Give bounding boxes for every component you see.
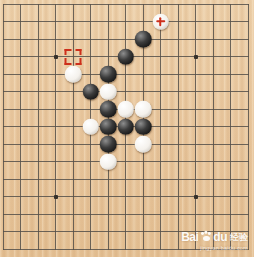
- board-cell[interactable]: [12, 0, 30, 13]
- board-cell: [117, 100, 135, 118]
- board-cell[interactable]: [134, 153, 152, 171]
- board-cell[interactable]: [29, 170, 47, 188]
- board-cell[interactable]: [169, 153, 187, 171]
- board-cell[interactable]: [0, 153, 12, 171]
- board-cell[interactable]: [64, 170, 82, 188]
- board-cell[interactable]: [204, 205, 222, 223]
- hover-bracket-icon: [65, 49, 82, 65]
- board-cell[interactable]: [187, 30, 205, 48]
- board-cell[interactable]: [12, 48, 30, 66]
- board-cell[interactable]: [47, 48, 65, 66]
- board-cell[interactable]: [187, 100, 205, 118]
- board-cell[interactable]: [29, 30, 47, 48]
- black-stone: [117, 48, 134, 65]
- last-move-cross-icon: [156, 17, 165, 26]
- board-cell[interactable]: [47, 205, 65, 223]
- board-cell: [99, 65, 117, 83]
- board-cell[interactable]: [134, 65, 152, 83]
- board-cell[interactable]: [82, 48, 100, 66]
- board-cell[interactable]: [99, 205, 117, 223]
- board-cell[interactable]: [29, 205, 47, 223]
- board-cell[interactable]: [152, 135, 170, 153]
- board-cell[interactable]: [187, 153, 205, 171]
- board-cell[interactable]: [64, 83, 82, 101]
- board-cell[interactable]: [239, 135, 254, 153]
- white-stone: [100, 153, 117, 170]
- board-cell[interactable]: [0, 170, 12, 188]
- board-cell[interactable]: [204, 65, 222, 83]
- board-cell[interactable]: [99, 170, 117, 188]
- board-cell[interactable]: [0, 223, 12, 241]
- board-cell[interactable]: [239, 170, 254, 188]
- gomoku-board-screenshot: Bai du 经验 jingyan.baidu.com: [0, 0, 254, 257]
- board-cell[interactable]: [64, 48, 82, 66]
- board-cell[interactable]: [222, 170, 240, 188]
- board-cell[interactable]: [222, 65, 240, 83]
- board-cell[interactable]: [12, 13, 30, 31]
- board-cell[interactable]: [29, 135, 47, 153]
- white-stone: [135, 101, 152, 118]
- board-cell[interactable]: [169, 170, 187, 188]
- board-cell[interactable]: [12, 153, 30, 171]
- board-cell[interactable]: [169, 13, 187, 31]
- board-cell[interactable]: [64, 13, 82, 31]
- black-stone: [100, 101, 117, 118]
- board-cell[interactable]: [239, 188, 254, 206]
- board-cell[interactable]: [239, 13, 254, 31]
- board-cell[interactable]: [82, 30, 100, 48]
- board-cell[interactable]: [82, 223, 100, 241]
- board-cell[interactable]: [99, 223, 117, 241]
- board-cell[interactable]: [222, 83, 240, 101]
- black-stone: [117, 118, 134, 135]
- board-cell[interactable]: [12, 188, 30, 206]
- board-cell[interactable]: [204, 13, 222, 31]
- board-cell[interactable]: [134, 240, 152, 257]
- board-cell[interactable]: [29, 65, 47, 83]
- board-cell[interactable]: [47, 223, 65, 241]
- board-cell[interactable]: [82, 188, 100, 206]
- board-cell[interactable]: [222, 135, 240, 153]
- watermark-url: jingyan.baidu.com: [186, 245, 248, 251]
- board-cell[interactable]: [187, 205, 205, 223]
- board-cell[interactable]: [12, 205, 30, 223]
- black-stone: [135, 31, 152, 48]
- board-cell[interactable]: [204, 118, 222, 136]
- baidu-logo-text-right: du: [213, 231, 227, 244]
- board-cell[interactable]: [222, 118, 240, 136]
- board-cell[interactable]: [169, 48, 187, 66]
- board-cell[interactable]: [64, 153, 82, 171]
- board-cell[interactable]: [64, 100, 82, 118]
- board-cell[interactable]: [169, 65, 187, 83]
- board-cell[interactable]: [117, 30, 135, 48]
- board-cell[interactable]: [204, 135, 222, 153]
- black-stone: [135, 118, 152, 135]
- baidu-logo-text-left: Bai: [181, 231, 198, 244]
- board-cell[interactable]: [169, 83, 187, 101]
- board-cell[interactable]: [169, 100, 187, 118]
- board-cell[interactable]: [204, 0, 222, 13]
- board-cell[interactable]: [0, 65, 12, 83]
- board-cell[interactable]: [12, 65, 30, 83]
- board-cell[interactable]: [0, 188, 12, 206]
- board-cell[interactable]: [134, 0, 152, 13]
- board-cell[interactable]: [117, 223, 135, 241]
- board-cell[interactable]: [82, 100, 100, 118]
- board-cell[interactable]: [47, 100, 65, 118]
- board-cell[interactable]: [47, 0, 65, 13]
- board-cell: [134, 30, 152, 48]
- board-cell[interactable]: [47, 153, 65, 171]
- board-cell[interactable]: [239, 65, 254, 83]
- board-cell[interactable]: [47, 188, 65, 206]
- board-cell[interactable]: [169, 30, 187, 48]
- board-cell[interactable]: [0, 0, 12, 13]
- board-cell[interactable]: [0, 48, 12, 66]
- board-cell[interactable]: [169, 0, 187, 13]
- board-cell[interactable]: [0, 135, 12, 153]
- board-cell[interactable]: [29, 13, 47, 31]
- board-cell[interactable]: [187, 13, 205, 31]
- board-cell[interactable]: [222, 153, 240, 171]
- baidu-paw-icon: [200, 231, 212, 243]
- white-stone: [135, 136, 152, 153]
- board-cell: [99, 100, 117, 118]
- board-cell[interactable]: [187, 135, 205, 153]
- board-cell[interactable]: [222, 30, 240, 48]
- board-cell[interactable]: [239, 48, 254, 66]
- board-cell[interactable]: [82, 13, 100, 31]
- board-cell[interactable]: [0, 30, 12, 48]
- black-stone: [100, 118, 117, 135]
- board-cell[interactable]: [204, 48, 222, 66]
- board-cell[interactable]: [0, 240, 12, 257]
- board-cell[interactable]: [64, 223, 82, 241]
- black-stone: [100, 136, 117, 153]
- board-cell[interactable]: [0, 100, 12, 118]
- board-cell[interactable]: [134, 205, 152, 223]
- white-stone: [152, 13, 169, 30]
- board-cell[interactable]: [152, 118, 170, 136]
- board-cell[interactable]: [204, 188, 222, 206]
- board-cell[interactable]: [204, 100, 222, 118]
- board-cell[interactable]: [222, 205, 240, 223]
- white-stone: [65, 66, 82, 83]
- board-cell: [82, 118, 100, 136]
- board-cell[interactable]: [82, 205, 100, 223]
- board-cell[interactable]: [12, 118, 30, 136]
- board-cell[interactable]: [47, 170, 65, 188]
- board-cell[interactable]: [12, 100, 30, 118]
- board-cell[interactable]: [134, 170, 152, 188]
- board-cell[interactable]: [152, 205, 170, 223]
- board-cell[interactable]: [117, 135, 135, 153]
- board-cell[interactable]: [99, 0, 117, 13]
- baidu-watermark: Bai du 经验 jingyan.baidu.com: [181, 231, 248, 253]
- black-stone: [82, 83, 99, 100]
- board-cell[interactable]: [0, 13, 12, 31]
- board-cell: [99, 83, 117, 101]
- board-cell: [82, 83, 100, 101]
- board-cell[interactable]: [222, 13, 240, 31]
- board-cell[interactable]: [12, 30, 30, 48]
- board-cell[interactable]: [117, 0, 135, 13]
- board-cell: [117, 48, 135, 66]
- board-cell: [99, 153, 117, 171]
- board-cell[interactable]: [82, 0, 100, 13]
- board-cell[interactable]: [29, 118, 47, 136]
- board-cell[interactable]: [29, 153, 47, 171]
- board-cell[interactable]: [47, 83, 65, 101]
- board-cell[interactable]: [64, 0, 82, 13]
- board-cell[interactable]: [0, 118, 12, 136]
- board-cell[interactable]: [29, 188, 47, 206]
- board-cell[interactable]: [222, 188, 240, 206]
- board-cell[interactable]: [152, 100, 170, 118]
- board-cell[interactable]: [117, 240, 135, 257]
- board-cell[interactable]: [187, 83, 205, 101]
- board-cell[interactable]: [99, 188, 117, 206]
- board-cell[interactable]: [204, 153, 222, 171]
- board-cell[interactable]: [239, 100, 254, 118]
- board-cell[interactable]: [187, 188, 205, 206]
- board-cell[interactable]: [169, 188, 187, 206]
- board-cell[interactable]: [152, 188, 170, 206]
- board-cell: [99, 135, 117, 153]
- board-cell: [117, 118, 135, 136]
- board-cell[interactable]: [187, 0, 205, 13]
- board-cell: [134, 100, 152, 118]
- board-cell[interactable]: [222, 48, 240, 66]
- board-cell[interactable]: [152, 223, 170, 241]
- board-cell[interactable]: [152, 65, 170, 83]
- board-cell[interactable]: [152, 153, 170, 171]
- board-cell[interactable]: [64, 30, 82, 48]
- board-cell[interactable]: [12, 240, 30, 257]
- board-cell[interactable]: [239, 118, 254, 136]
- star-point: [54, 195, 58, 199]
- board-cell[interactable]: [117, 153, 135, 171]
- star-point: [194, 195, 198, 199]
- board-cell[interactable]: [204, 170, 222, 188]
- board-cell[interactable]: [169, 135, 187, 153]
- board-cell[interactable]: [152, 30, 170, 48]
- white-stone: [100, 83, 117, 100]
- board-cell[interactable]: [82, 135, 100, 153]
- white-stone: [117, 101, 134, 118]
- board-cell[interactable]: [29, 240, 47, 257]
- board-cell[interactable]: [239, 205, 254, 223]
- board-cell[interactable]: [239, 30, 254, 48]
- board-cell[interactable]: [29, 83, 47, 101]
- board: [0, 0, 254, 257]
- board-cell[interactable]: [47, 13, 65, 31]
- board-cell[interactable]: [29, 48, 47, 66]
- board-cell[interactable]: [169, 118, 187, 136]
- board-cell[interactable]: [47, 135, 65, 153]
- board-cell: [64, 65, 82, 83]
- board-cell[interactable]: [134, 83, 152, 101]
- board-cell[interactable]: [99, 240, 117, 257]
- board-cell[interactable]: [187, 48, 205, 66]
- board-cell[interactable]: [47, 30, 65, 48]
- star-point: [194, 55, 198, 59]
- board-cell[interactable]: [187, 65, 205, 83]
- board-cell[interactable]: [134, 48, 152, 66]
- board-cell[interactable]: [29, 0, 47, 13]
- board-cell[interactable]: [152, 0, 170, 13]
- board-cell[interactable]: [134, 223, 152, 241]
- board-cell: [152, 13, 170, 31]
- board-cell[interactable]: [99, 48, 117, 66]
- board-cell: [134, 135, 152, 153]
- board-cell[interactable]: [64, 118, 82, 136]
- board-cell[interactable]: [82, 170, 100, 188]
- board-cell[interactable]: [99, 13, 117, 31]
- board-cell: [99, 118, 117, 136]
- board-cell[interactable]: [82, 153, 100, 171]
- board-cell[interactable]: [117, 83, 135, 101]
- board-cell[interactable]: [134, 188, 152, 206]
- board-cell[interactable]: [29, 100, 47, 118]
- board-cell[interactable]: [64, 188, 82, 206]
- board-cell[interactable]: [169, 205, 187, 223]
- black-stone: [100, 66, 117, 83]
- board-cell[interactable]: [117, 65, 135, 83]
- board-cell[interactable]: [64, 240, 82, 257]
- jingyan-badge: 经验: [230, 231, 248, 244]
- board-cell[interactable]: [0, 83, 12, 101]
- board-cell[interactable]: [82, 240, 100, 257]
- board-cell[interactable]: [239, 0, 254, 13]
- baidu-logo: Bai du 经验: [181, 231, 248, 245]
- board-cell[interactable]: [117, 188, 135, 206]
- board-cell[interactable]: [222, 0, 240, 13]
- board-cell[interactable]: [134, 13, 152, 31]
- board-cell[interactable]: [47, 118, 65, 136]
- board-cell[interactable]: [239, 153, 254, 171]
- star-point: [54, 55, 58, 59]
- board-cell[interactable]: [99, 30, 117, 48]
- board-cell[interactable]: [12, 170, 30, 188]
- board-cell[interactable]: [222, 100, 240, 118]
- board-cell[interactable]: [64, 135, 82, 153]
- board-cell[interactable]: [64, 205, 82, 223]
- board-cell[interactable]: [204, 30, 222, 48]
- board-cell[interactable]: [0, 205, 12, 223]
- board-cell[interactable]: [152, 83, 170, 101]
- board-cell[interactable]: [29, 223, 47, 241]
- board-cell[interactable]: [187, 118, 205, 136]
- board-cell[interactable]: [239, 83, 254, 101]
- board-cell[interactable]: [12, 83, 30, 101]
- board-cell[interactable]: [204, 83, 222, 101]
- board-cell: [134, 118, 152, 136]
- board-cell[interactable]: [117, 205, 135, 223]
- board-cell[interactable]: [117, 13, 135, 31]
- board-cell[interactable]: [152, 48, 170, 66]
- board-cell[interactable]: [152, 170, 170, 188]
- board-cell[interactable]: [117, 170, 135, 188]
- white-stone: [82, 118, 99, 135]
- board-cell[interactable]: [152, 240, 170, 257]
- board-cell[interactable]: [12, 223, 30, 241]
- board-cell[interactable]: [82, 65, 100, 83]
- board-cell[interactable]: [12, 135, 30, 153]
- board-cell[interactable]: [47, 240, 65, 257]
- board-cell[interactable]: [187, 170, 205, 188]
- board-cell[interactable]: [47, 65, 65, 83]
